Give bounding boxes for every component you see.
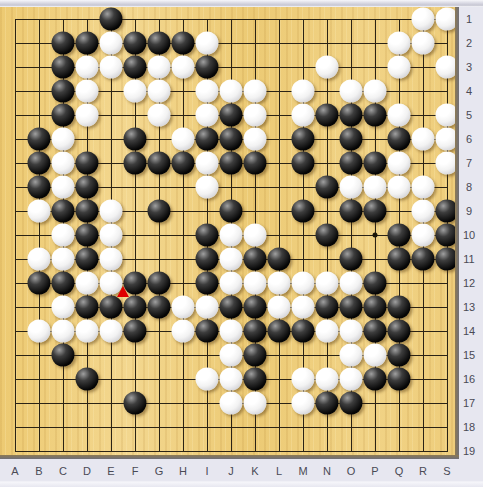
column-label-H: H [179,465,187,477]
black-stone-O7 [340,152,363,175]
white-stone-S3 [436,56,456,79]
black-stone-E1 [100,8,123,31]
white-stone-J17 [220,392,243,415]
black-stone-J6 [220,128,243,151]
black-stone-D7 [76,152,99,175]
white-stone-I2 [196,32,219,55]
white-stone-M17 [292,392,315,415]
row-label-16: 16 [463,373,475,385]
white-stone-J4 [220,80,243,103]
black-stone-D10 [76,224,99,247]
row-label-10: 10 [463,229,475,241]
white-stone-O15 [340,344,363,367]
grid-line-horizontal [15,427,448,428]
black-stone-I12 [196,272,219,295]
white-stone-O4 [340,80,363,103]
column-coordinate-strip: ABCDEFGHIJKLMNOPQRS [0,459,483,487]
black-stone-D13 [76,296,99,319]
black-stone-M14 [292,320,315,343]
white-stone-L13 [268,296,291,319]
row-label-1: 1 [466,13,472,25]
white-stone-D3 [76,56,99,79]
black-stone-C15 [52,344,75,367]
white-stone-O16 [340,368,363,391]
white-stone-K12 [244,272,267,295]
white-stone-G3 [148,56,171,79]
black-stone-Q11 [388,248,411,271]
column-label-J: J [228,465,234,477]
black-stone-P12 [364,272,387,295]
white-stone-L12 [268,272,291,295]
white-stone-R2 [412,32,435,55]
white-stone-G4 [148,80,171,103]
black-stone-F3 [124,56,147,79]
white-stone-N12 [316,272,339,295]
row-label-17: 17 [463,397,475,409]
white-stone-G5 [148,104,171,127]
white-stone-D4 [76,80,99,103]
white-stone-C10 [52,224,75,247]
black-stone-I3 [196,56,219,79]
white-stone-J11 [220,248,243,271]
black-stone-F2 [124,32,147,55]
black-stone-Q10 [388,224,411,247]
column-label-D: D [83,465,91,477]
white-stone-C6 [52,128,75,151]
white-stone-Q3 [388,56,411,79]
black-stone-B6 [28,128,51,151]
column-label-F: F [132,465,139,477]
black-stone-K11 [244,248,267,271]
black-stone-P16 [364,368,387,391]
white-stone-K6 [244,128,267,151]
white-stone-E3 [100,56,123,79]
white-stone-J12 [220,272,243,295]
black-stone-F14 [124,320,147,343]
white-stone-C14 [52,320,75,343]
white-stone-R10 [412,224,435,247]
column-label-L: L [276,465,282,477]
black-stone-P7 [364,152,387,175]
go-board[interactable] [0,7,455,455]
white-stone-J15 [220,344,243,367]
row-label-7: 7 [466,157,472,169]
black-stone-L14 [268,320,291,343]
black-stone-K13 [244,296,267,319]
column-label-S: S [443,465,450,477]
black-stone-O13 [340,296,363,319]
white-stone-I16 [196,368,219,391]
black-stone-C5 [52,104,75,127]
column-label-I: I [205,465,208,477]
white-stone-P8 [364,176,387,199]
white-stone-K4 [244,80,267,103]
row-label-9: 9 [466,205,472,217]
white-stone-R1 [412,8,435,31]
black-stone-N5 [316,104,339,127]
black-stone-J5 [220,104,243,127]
black-stone-G12 [148,272,171,295]
black-stone-D16 [76,368,99,391]
black-stone-I11 [196,248,219,271]
black-stone-B8 [28,176,51,199]
white-stone-R8 [412,176,435,199]
white-stone-M12 [292,272,315,295]
black-stone-N13 [316,296,339,319]
row-label-4: 4 [466,85,472,97]
black-stone-L11 [268,248,291,271]
white-stone-S5 [436,104,456,127]
black-stone-S10 [436,224,456,247]
white-stone-R9 [412,200,435,223]
grid-line-horizontal [15,451,448,452]
white-stone-E10 [100,224,123,247]
white-stone-F4 [124,80,147,103]
white-stone-Q5 [388,104,411,127]
white-stone-I5 [196,104,219,127]
row-label-15: 15 [463,349,475,361]
black-stone-P5 [364,104,387,127]
grid-line-horizontal [15,19,448,20]
white-stone-O8 [340,176,363,199]
black-stone-H2 [172,32,195,55]
black-stone-F17 [124,392,147,415]
white-stone-H3 [172,56,195,79]
white-stone-K10 [244,224,267,247]
black-stone-Q16 [388,368,411,391]
black-stone-Q13 [388,296,411,319]
black-stone-F6 [124,128,147,151]
go-client-window: { "game": "go", "board": { "size": 19, "… [0,0,483,487]
black-stone-M9 [292,200,315,223]
white-stone-K17 [244,392,267,415]
black-stone-P9 [364,200,387,223]
white-stone-K5 [244,104,267,127]
black-stone-K14 [244,320,267,343]
white-stone-B11 [28,248,51,271]
row-label-12: 12 [463,277,475,289]
column-label-P: P [371,465,378,477]
black-stone-J9 [220,200,243,223]
column-label-C: C [59,465,67,477]
black-stone-K15 [244,344,267,367]
white-stone-P4 [364,80,387,103]
white-stone-D5 [76,104,99,127]
column-label-G: G [155,465,164,477]
white-stone-B14 [28,320,51,343]
black-stone-C12 [52,272,75,295]
white-stone-S1 [436,8,456,31]
white-stone-H13 [172,296,195,319]
black-stone-S9 [436,200,456,223]
black-stone-H7 [172,152,195,175]
black-stone-D11 [76,248,99,271]
black-stone-J13 [220,296,243,319]
white-stone-O12 [340,272,363,295]
white-stone-Q2 [388,32,411,55]
black-stone-F7 [124,152,147,175]
white-stone-P15 [364,344,387,367]
white-stone-S6 [436,128,456,151]
white-stone-E9 [100,200,123,223]
black-stone-B12 [28,272,51,295]
white-stone-I4 [196,80,219,103]
column-label-O: O [347,465,356,477]
black-stone-E13 [100,296,123,319]
row-label-18: 18 [463,421,475,433]
black-stone-D8 [76,176,99,199]
white-stone-M5 [292,104,315,127]
black-stone-O6 [340,128,363,151]
black-stone-G9 [148,200,171,223]
column-label-M: M [298,465,307,477]
black-stone-S11 [436,248,456,271]
column-label-R: R [419,465,427,477]
white-stone-C7 [52,152,75,175]
black-stone-Q14 [388,320,411,343]
black-stone-Q6 [388,128,411,151]
black-stone-M7 [292,152,315,175]
black-stone-O9 [340,200,363,223]
white-stone-E11 [100,248,123,271]
white-stone-E14 [100,320,123,343]
star-point [373,233,378,238]
row-label-5: 5 [466,109,472,121]
white-stone-E2 [100,32,123,55]
white-stone-J10 [220,224,243,247]
black-stone-K7 [244,152,267,175]
black-stone-N17 [316,392,339,415]
row-label-6: 6 [466,133,472,145]
white-stone-C13 [52,296,75,319]
white-stone-I7 [196,152,219,175]
black-stone-Q15 [388,344,411,367]
black-stone-D9 [76,200,99,223]
white-stone-J14 [220,320,243,343]
row-label-8: 8 [466,181,472,193]
black-stone-C2 [52,32,75,55]
row-label-13: 13 [463,301,475,313]
white-stone-J16 [220,368,243,391]
white-stone-H14 [172,320,195,343]
black-stone-C9 [52,200,75,223]
black-stone-D2 [76,32,99,55]
column-label-B: B [35,465,42,477]
black-stone-G7 [148,152,171,175]
black-stone-O5 [340,104,363,127]
black-stone-N8 [316,176,339,199]
black-stone-I6 [196,128,219,151]
window-top-edge [0,0,483,7]
white-stone-I8 [196,176,219,199]
white-stone-C11 [52,248,75,271]
white-stone-N14 [316,320,339,343]
white-stone-D14 [76,320,99,343]
black-stone-P13 [364,296,387,319]
row-coordinate-strip: 12345678910111213141516171819 [459,7,483,487]
white-stone-R6 [412,128,435,151]
row-label-19: 19 [463,445,475,457]
white-stone-M13 [292,296,315,319]
last-move-marker [117,286,129,297]
column-label-E: E [107,465,114,477]
column-label-Q: Q [395,465,404,477]
white-stone-H6 [172,128,195,151]
white-stone-C8 [52,176,75,199]
white-stone-B9 [28,200,51,223]
black-stone-O17 [340,392,363,415]
white-stone-N16 [316,368,339,391]
black-stone-I10 [196,224,219,247]
row-label-2: 2 [466,37,472,49]
black-stone-M6 [292,128,315,151]
white-stone-I13 [196,296,219,319]
row-label-3: 3 [466,61,472,73]
white-stone-S7 [436,152,456,175]
white-stone-M4 [292,80,315,103]
column-label-N: N [323,465,331,477]
black-stone-C4 [52,80,75,103]
column-label-A: A [11,465,18,477]
row-label-11: 11 [463,253,474,265]
black-stone-C3 [52,56,75,79]
black-stone-F13 [124,296,147,319]
black-stone-B7 [28,152,51,175]
black-stone-P14 [364,320,387,343]
black-stone-O11 [340,248,363,271]
white-stone-Q8 [388,176,411,199]
black-stone-K16 [244,368,267,391]
black-stone-G13 [148,296,171,319]
column-label-K: K [251,465,258,477]
black-stone-J7 [220,152,243,175]
white-stone-O14 [340,320,363,343]
white-stone-M16 [292,368,315,391]
white-stone-Q7 [388,152,411,175]
black-stone-G2 [148,32,171,55]
white-stone-D12 [76,272,99,295]
black-stone-R11 [412,248,435,271]
white-stone-N3 [316,56,339,79]
black-stone-N10 [316,224,339,247]
row-label-14: 14 [463,325,475,337]
black-stone-I14 [196,320,219,343]
